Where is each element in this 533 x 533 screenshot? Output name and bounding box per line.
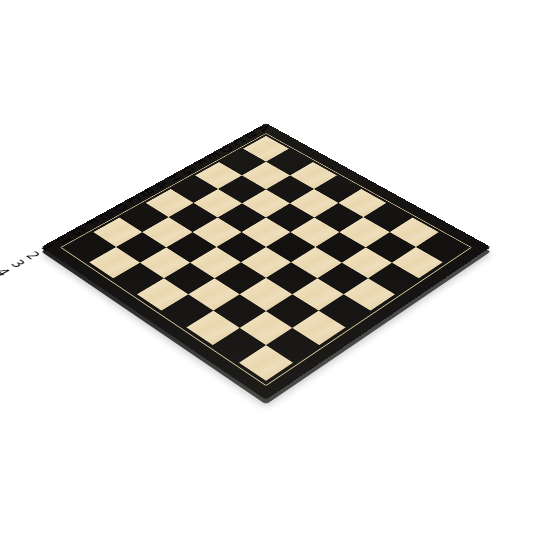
chess-board: ABCDEFGH ABCDEFGH 12345678 12345678 [41, 123, 491, 400]
product-photo: ABCDEFGH ABCDEFGH 12345678 12345678 [0, 0, 533, 533]
